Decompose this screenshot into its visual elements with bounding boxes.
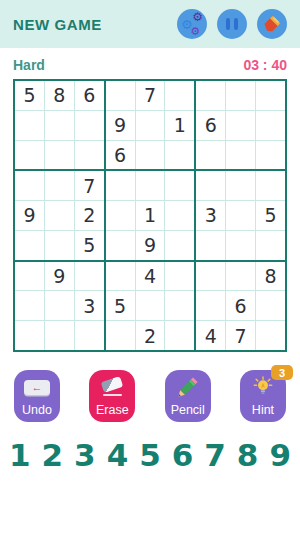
cell-r4c1[interactable] xyxy=(15,171,44,200)
number-pad: 1 2 3 4 5 6 7 8 9 xyxy=(0,438,300,472)
cell-r2c8[interactable] xyxy=(226,111,255,140)
cell-r5c7[interactable]: 3 xyxy=(196,201,225,230)
pencil-button[interactable]: Pencil xyxy=(165,370,211,422)
cell-r3c7[interactable] xyxy=(196,141,225,170)
gears-icon: ⚙ ⚙ ⚙ xyxy=(177,9,207,39)
pause-button[interactable] xyxy=(217,9,247,39)
cell-r5c5[interactable]: 1 xyxy=(136,201,165,230)
cell-r3c8[interactable] xyxy=(226,141,255,170)
cell-r4c5[interactable] xyxy=(136,171,165,200)
box-11: 586 xyxy=(15,81,104,169)
box-23: 35 xyxy=(196,171,285,259)
cell-r4c7[interactable] xyxy=(196,171,225,200)
cell-r3c1[interactable] xyxy=(15,141,44,170)
cell-r1c5[interactable]: 7 xyxy=(136,81,165,110)
cell-r8c3[interactable]: 3 xyxy=(75,291,104,320)
cell-r7c5[interactable]: 4 xyxy=(136,262,165,291)
pause-icon xyxy=(226,18,238,30)
toolbar: ← Undo Erase Pencil 3 xyxy=(0,370,300,422)
cell-r5c2[interactable] xyxy=(45,201,74,230)
cell-r9c1[interactable] xyxy=(15,321,44,350)
numpad-6[interactable]: 6 xyxy=(172,438,194,472)
sudoku-app: NEW GAME ⚙ ⚙ ⚙ Hard 03 : xyxy=(0,0,300,533)
box-13: 6 xyxy=(196,81,285,169)
numpad-2[interactable]: 2 xyxy=(42,438,64,472)
cell-r1c4[interactable] xyxy=(106,81,135,110)
numpad-7[interactable]: 7 xyxy=(204,438,226,472)
pencil-icon xyxy=(175,376,201,398)
cell-r8c2[interactable] xyxy=(45,291,74,320)
cell-r9c6[interactable] xyxy=(165,321,194,350)
cell-r5c9[interactable]: 5 xyxy=(256,201,285,230)
cell-r8c8[interactable]: 6 xyxy=(226,291,255,320)
cell-r4c3[interactable]: 7 xyxy=(75,171,104,200)
cell-r1c1[interactable]: 5 xyxy=(15,81,44,110)
cell-r9c7[interactable]: 4 xyxy=(196,321,225,350)
theme-button[interactable] xyxy=(257,9,287,39)
box-21: 7925 xyxy=(15,171,104,259)
numpad-8[interactable]: 8 xyxy=(237,438,259,472)
cell-r7c1[interactable] xyxy=(15,262,44,291)
numpad-1[interactable]: 1 xyxy=(9,438,31,472)
cell-r2c9[interactable] xyxy=(256,111,285,140)
cell-r7c6[interactable] xyxy=(165,262,194,291)
cell-r8c6[interactable] xyxy=(165,291,194,320)
cell-r6c1[interactable] xyxy=(15,231,44,260)
cell-r2c2[interactable] xyxy=(45,111,74,140)
cell-r7c9[interactable]: 8 xyxy=(256,262,285,291)
cell-r6c8[interactable] xyxy=(226,231,255,260)
cell-r4c8[interactable] xyxy=(226,171,255,200)
cell-r8c5[interactable] xyxy=(136,291,165,320)
cell-r1c9[interactable] xyxy=(256,81,285,110)
cell-r5c1[interactable]: 9 xyxy=(15,201,44,230)
cell-r2c7[interactable]: 6 xyxy=(196,111,225,140)
cell-r9c5[interactable]: 2 xyxy=(136,321,165,350)
box-12: 7916 xyxy=(106,81,195,169)
erase-button[interactable]: Erase xyxy=(89,370,135,422)
timer: 03 : 40 xyxy=(243,57,287,73)
cell-r7c7[interactable] xyxy=(196,262,225,291)
header: NEW GAME ⚙ ⚙ ⚙ xyxy=(0,0,300,48)
undo-button[interactable]: ← Undo xyxy=(14,370,60,422)
cell-r4c2[interactable] xyxy=(45,171,74,200)
cell-r2c4[interactable]: 9 xyxy=(106,111,135,140)
cell-r6c6[interactable] xyxy=(165,231,194,260)
sudoku-board: 5867916679251935934528647 xyxy=(13,79,287,352)
cell-r6c2[interactable] xyxy=(45,231,74,260)
cell-r7c2[interactable]: 9 xyxy=(45,262,74,291)
cell-r8c7[interactable] xyxy=(196,291,225,320)
cell-r6c9[interactable] xyxy=(256,231,285,260)
cell-r5c8[interactable] xyxy=(226,201,255,230)
cell-r6c5[interactable]: 9 xyxy=(136,231,165,260)
cell-r4c4[interactable] xyxy=(106,171,135,200)
cell-r1c8[interactable] xyxy=(226,81,255,110)
cell-r8c4[interactable]: 5 xyxy=(106,291,135,320)
paintbrush-icon xyxy=(262,14,282,34)
undo-key-icon: ← xyxy=(24,376,50,398)
cell-r9c9[interactable] xyxy=(256,321,285,350)
box-32: 452 xyxy=(106,262,195,350)
cell-r3c5[interactable] xyxy=(136,141,165,170)
lightbulb-icon xyxy=(250,376,276,398)
cell-r7c3[interactable] xyxy=(75,262,104,291)
cell-r3c4[interactable]: 6 xyxy=(106,141,135,170)
cell-r8c9[interactable] xyxy=(256,291,285,320)
cell-r3c6[interactable] xyxy=(165,141,194,170)
numpad-3[interactable]: 3 xyxy=(74,438,96,472)
header-buttons: ⚙ ⚙ ⚙ xyxy=(177,9,287,39)
cell-r1c6[interactable] xyxy=(165,81,194,110)
cell-r3c2[interactable] xyxy=(45,141,74,170)
cell-r2c5[interactable] xyxy=(136,111,165,140)
cell-r7c4[interactable] xyxy=(106,262,135,291)
cell-r5c4[interactable] xyxy=(106,201,135,230)
numpad-9[interactable]: 9 xyxy=(269,438,291,472)
eraser-icon xyxy=(99,376,125,398)
cell-r9c2[interactable] xyxy=(45,321,74,350)
cell-r9c8[interactable]: 7 xyxy=(226,321,255,350)
cell-r3c9[interactable] xyxy=(256,141,285,170)
cell-r5c6[interactable] xyxy=(165,201,194,230)
difficulty-label: Hard xyxy=(13,57,45,73)
cell-r6c7[interactable] xyxy=(196,231,225,260)
cell-r4c9[interactable] xyxy=(256,171,285,200)
cell-r8c1[interactable] xyxy=(15,291,44,320)
numpad-4[interactable]: 4 xyxy=(107,438,129,472)
cell-r2c3[interactable] xyxy=(75,111,104,140)
cell-r6c4[interactable] xyxy=(106,231,135,260)
page-title: NEW GAME xyxy=(13,16,102,33)
box-31: 93 xyxy=(15,262,104,350)
cell-r1c2[interactable]: 8 xyxy=(45,81,74,110)
box-22: 19 xyxy=(106,171,195,259)
cell-r2c6[interactable]: 1 xyxy=(165,111,194,140)
cell-r4c6[interactable] xyxy=(165,171,194,200)
status-bar: Hard 03 : 40 xyxy=(0,48,300,78)
box-33: 8647 xyxy=(196,262,285,350)
cell-r3c3[interactable] xyxy=(75,141,104,170)
numpad-5[interactable]: 5 xyxy=(139,438,161,472)
hint-button[interactable]: 3 Hint xyxy=(240,370,286,422)
cell-r9c3[interactable] xyxy=(75,321,104,350)
cell-r5c3[interactable]: 2 xyxy=(75,201,104,230)
cell-r7c8[interactable] xyxy=(226,262,255,291)
settings-button[interactable]: ⚙ ⚙ ⚙ xyxy=(177,9,207,39)
cell-r2c1[interactable] xyxy=(15,111,44,140)
cell-r6c3[interactable]: 5 xyxy=(75,231,104,260)
cell-r1c3[interactable]: 6 xyxy=(75,81,104,110)
cell-r1c7[interactable] xyxy=(196,81,225,110)
cell-r9c4[interactable] xyxy=(106,321,135,350)
